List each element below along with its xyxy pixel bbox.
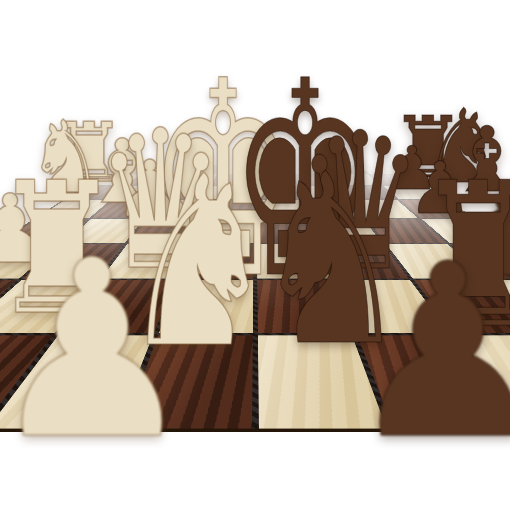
black-pawn-g1: ♟ (346, 232, 510, 472)
pieces-layer: ♟♞♜♝♟♜♛♚♞♟♚♛♞♜♞♝♟♟♟♜♟ (0, 0, 510, 510)
white-pawn-b1: ♟ (0, 228, 196, 473)
chess-set-photo: ♟♞♜♝♟♜♛♚♞♟♚♛♞♜♞♝♟♟♟♜♟ (0, 0, 510, 510)
